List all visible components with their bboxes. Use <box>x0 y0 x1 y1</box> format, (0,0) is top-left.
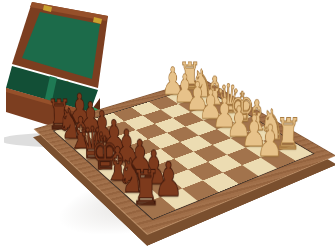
chess-set-product-photo: ♜♞♝♛♚♝♞♜♟♟♟♟♟♟♟♟♟♟♟♟♟♟♟♟♜♞♝♛♚♝♞♜ <box>0 0 335 250</box>
square-d1: ♛ <box>221 109 252 123</box>
piece-white-pawn: ♟ <box>161 62 184 100</box>
square-h1: ♜ <box>279 144 313 161</box>
piece-white-rook: ♜ <box>179 57 201 95</box>
